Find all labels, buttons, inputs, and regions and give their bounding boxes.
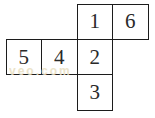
net-cell-face-3: 3	[77, 74, 114, 110]
net-cell-face-1: 1	[77, 4, 114, 40]
cube-net-diagram: 1 6 5 4 2 3 veo.com	[0, 0, 155, 118]
net-cell-face-4: 4	[41, 39, 78, 75]
net-cell-face-2: 2	[77, 39, 114, 75]
net-grid: 1 6 5 4 2 3	[6, 4, 148, 110]
net-cell-face-5: 5	[6, 39, 43, 75]
net-cell-face-6: 6	[112, 4, 149, 40]
